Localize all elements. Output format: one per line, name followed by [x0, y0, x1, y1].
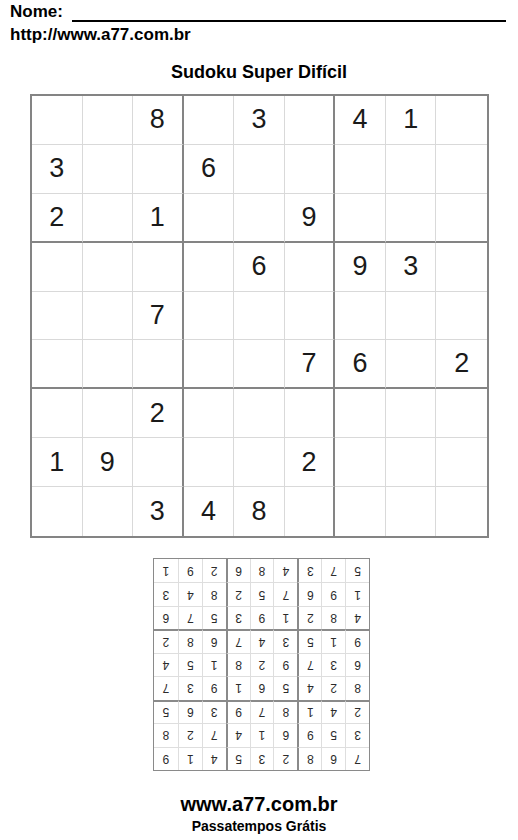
solution-cell-r6c9: 2 [154, 629, 178, 652]
cell-r5c9[interactable] [436, 292, 487, 341]
cell-r2c2[interactable] [83, 145, 134, 194]
solution-cell-r5c5: 2 [250, 653, 274, 676]
solution-cell-r9c5: 8 [250, 559, 274, 582]
solution-cell-r2c8: 2 [178, 723, 202, 746]
cell-r6c4[interactable] [184, 340, 235, 389]
footer-site: www.a77.com.br [0, 793, 518, 816]
cell-r2c7[interactable] [335, 145, 386, 194]
name-label: Nome: [10, 2, 63, 22]
cell-r2c1[interactable]: 3 [32, 145, 83, 194]
cell-r1c6[interactable] [285, 96, 336, 145]
cell-r4c2[interactable] [83, 243, 134, 292]
solution-cell-r6c2: 1 [321, 629, 345, 652]
solution-cell-r9c7: 2 [202, 559, 226, 582]
cell-r3c9[interactable] [436, 194, 487, 243]
puzzle-title: Sudoku Super Difícil [0, 62, 518, 83]
cell-r7c6[interactable] [285, 389, 336, 438]
solution-cell-r7c9: 6 [154, 606, 178, 629]
solution-cell-r2c9: 8 [154, 723, 178, 746]
cell-r6c2[interactable] [83, 340, 134, 389]
cell-r7c4[interactable] [184, 389, 235, 438]
cell-r7c9[interactable] [436, 389, 487, 438]
cell-r9c9[interactable] [436, 487, 487, 536]
cell-r1c1[interactable] [32, 96, 83, 145]
cell-r8c8[interactable] [386, 438, 437, 487]
cell-r3c6[interactable]: 9 [285, 194, 336, 243]
cell-r8c5[interactable] [234, 438, 285, 487]
solution-cell-r1c9: 9 [154, 747, 178, 770]
solution-cell-r3c9: 5 [154, 700, 178, 723]
solution-cell-r9c4: 4 [273, 559, 297, 582]
cell-r9c5[interactable]: 8 [234, 487, 285, 536]
cell-r8c1[interactable]: 1 [32, 438, 83, 487]
cell-r3c4[interactable] [184, 194, 235, 243]
cell-r5c1[interactable] [32, 292, 83, 341]
cell-r3c1[interactable]: 2 [32, 194, 83, 243]
solution-cell-r4c1: 8 [345, 676, 369, 699]
cell-r2c4[interactable]: 6 [184, 145, 235, 194]
cell-r4c1[interactable] [32, 243, 83, 292]
solution-cell-r8c7: 8 [202, 582, 226, 605]
solution-cell-r5c6: 8 [226, 653, 250, 676]
solution-cell-r1c7: 4 [202, 747, 226, 770]
solution-cell-r3c5: 7 [250, 700, 274, 723]
cell-r5c5[interactable] [234, 292, 285, 341]
solution-cell-r8c1: 1 [345, 582, 369, 605]
solution-cell-r4c3: 4 [297, 676, 321, 699]
cell-r9c7[interactable] [335, 487, 386, 536]
name-input-line[interactable] [72, 4, 506, 22]
cell-r6c7[interactable]: 6 [335, 340, 386, 389]
solution-cell-r1c5: 3 [250, 747, 274, 770]
cell-r9c6[interactable] [285, 487, 336, 536]
solution-cell-r9c8: 9 [178, 559, 202, 582]
cell-r6c5[interactable] [234, 340, 285, 389]
solution-cell-r2c1: 3 [345, 723, 369, 746]
solution-cell-r8c8: 4 [178, 582, 202, 605]
cell-r9c3[interactable]: 3 [133, 487, 184, 536]
solution-cell-r2c3: 9 [297, 723, 321, 746]
cell-r9c2[interactable] [83, 487, 134, 536]
cell-r3c8[interactable] [386, 194, 437, 243]
solution-cell-r6c6: 7 [226, 629, 250, 652]
solution-cell-r3c8: 6 [178, 700, 202, 723]
solution-cell-r9c6: 6 [226, 559, 250, 582]
solution-cell-r1c8: 1 [178, 747, 202, 770]
cell-r7c7[interactable] [335, 389, 386, 438]
solution-cell-r1c3: 8 [297, 747, 321, 770]
cell-r5c8[interactable] [386, 292, 437, 341]
cell-r5c4[interactable] [184, 292, 235, 341]
solution-cell-r2c7: 7 [202, 723, 226, 746]
solution-cell-r2c6: 4 [226, 723, 250, 746]
cell-r9c4[interactable]: 4 [184, 487, 235, 536]
cell-r6c6[interactable]: 7 [285, 340, 336, 389]
cell-r5c6[interactable] [285, 292, 336, 341]
name-row: Nome: [10, 2, 506, 22]
solution-cell-r2c4: 6 [273, 723, 297, 746]
solution-cell-r1c6: 5 [226, 747, 250, 770]
cell-r4c9[interactable] [436, 243, 487, 292]
solution-cell-r1c4: 2 [273, 747, 297, 770]
solution-cell-r7c1: 4 [345, 606, 369, 629]
solution-cell-r5c7: 1 [202, 653, 226, 676]
solution-cell-r3c1: 2 [345, 700, 369, 723]
cell-r2c6[interactable] [285, 145, 336, 194]
cell-r1c5[interactable]: 3 [234, 96, 285, 145]
cell-r8c4[interactable] [184, 438, 235, 487]
solution-cell-r8c6: 2 [226, 582, 250, 605]
solution-cell-r4c5: 6 [250, 676, 274, 699]
solution-cell-r5c1: 6 [345, 653, 369, 676]
solution-cell-r7c6: 3 [226, 606, 250, 629]
solution-cell-r2c5: 1 [250, 723, 274, 746]
solution-cell-r8c4: 7 [273, 582, 297, 605]
solution-cell-r4c9: 7 [154, 676, 178, 699]
cell-r3c7[interactable] [335, 194, 386, 243]
solution-cell-r6c1: 9 [345, 629, 369, 652]
cell-r6c8[interactable] [386, 340, 437, 389]
solution-cell-r4c2: 2 [321, 676, 345, 699]
solution-cell-r3c7: 3 [202, 700, 226, 723]
cell-r1c3[interactable]: 8 [133, 96, 184, 145]
cell-r9c1[interactable] [32, 487, 83, 536]
footer-tagline: Passatempos Grátis [0, 818, 518, 834]
solution-cell-r9c3: 3 [297, 559, 321, 582]
solution-cell-r7c8: 7 [178, 606, 202, 629]
solution-cell-r5c3: 7 [297, 653, 321, 676]
cell-r8c7[interactable] [335, 438, 386, 487]
solution-cell-r6c3: 5 [297, 629, 321, 652]
solution-cell-r5c8: 5 [178, 653, 202, 676]
cell-r4c3[interactable] [133, 243, 184, 292]
solution-cell-r3c4: 8 [273, 700, 297, 723]
solution-cell-r7c4: 1 [273, 606, 297, 629]
cell-r8c3[interactable] [133, 438, 184, 487]
solution-cell-r5c2: 3 [321, 653, 345, 676]
solution-grid-upside-down: 7682354193596147282418793658245619376379… [153, 558, 370, 771]
cell-r4c4[interactable] [184, 243, 235, 292]
cell-r8c2[interactable]: 9 [83, 438, 134, 487]
solution-cell-r4c8: 3 [178, 676, 202, 699]
solution-cell-r9c2: 7 [321, 559, 345, 582]
cell-r9c8[interactable] [386, 487, 437, 536]
cell-r7c2[interactable] [83, 389, 134, 438]
cell-r6c3[interactable] [133, 340, 184, 389]
cell-r8c9[interactable] [436, 438, 487, 487]
solution-cell-r6c7: 6 [202, 629, 226, 652]
cell-r2c8[interactable] [386, 145, 437, 194]
cell-r7c8[interactable] [386, 389, 437, 438]
cell-r6c1[interactable] [32, 340, 83, 389]
cell-r1c8[interactable]: 1 [386, 96, 437, 145]
cell-r7c1[interactable] [32, 389, 83, 438]
solution-cell-r3c3: 1 [297, 700, 321, 723]
solution-cell-r4c6: 1 [226, 676, 250, 699]
cell-r1c4[interactable] [184, 96, 235, 145]
solution-cell-r4c7: 9 [202, 676, 226, 699]
solution-cell-r5c4: 9 [273, 653, 297, 676]
cell-r5c7[interactable] [335, 292, 386, 341]
solution-cell-r6c4: 3 [273, 629, 297, 652]
solution-cell-r7c3: 2 [297, 606, 321, 629]
cell-r6c9[interactable]: 2 [436, 340, 487, 389]
cell-r3c3[interactable]: 1 [133, 194, 184, 243]
cell-r1c7[interactable]: 4 [335, 96, 386, 145]
cell-r3c5[interactable] [234, 194, 285, 243]
solution-cell-r3c6: 9 [226, 700, 250, 723]
solution-cell-r5c9: 4 [154, 653, 178, 676]
solution-cell-r1c1: 7 [345, 747, 369, 770]
solution-cell-r9c1: 5 [345, 559, 369, 582]
solution-cell-r3c2: 4 [321, 700, 345, 723]
solution-cell-r8c3: 6 [297, 582, 321, 605]
solution-cell-r7c2: 8 [321, 606, 345, 629]
solution-cell-r6c8: 8 [178, 629, 202, 652]
solution-cell-r2c2: 5 [321, 723, 345, 746]
solution-cell-r8c5: 5 [250, 582, 274, 605]
solution-cell-r7c5: 9 [250, 606, 274, 629]
solution-cell-r1c2: 6 [321, 747, 345, 770]
solution-cell-r6c5: 4 [250, 629, 274, 652]
solution-cell-r8c2: 9 [321, 582, 345, 605]
solution-cell-r9c9: 1 [154, 559, 178, 582]
cell-r8c6[interactable]: 2 [285, 438, 336, 487]
sudoku-grid: 83413621969377622192348 [30, 94, 489, 538]
cell-r2c9[interactable] [436, 145, 487, 194]
solution-cell-r7c7: 5 [202, 606, 226, 629]
cell-r7c5[interactable] [234, 389, 285, 438]
cell-r3c2[interactable] [83, 194, 134, 243]
cell-r7c3[interactable]: 2 [133, 389, 184, 438]
solution-cell-r4c4: 5 [273, 676, 297, 699]
solution-cell-r8c9: 3 [154, 582, 178, 605]
cell-r5c3[interactable]: 7 [133, 292, 184, 341]
cell-r4c6[interactable] [285, 243, 336, 292]
cell-r2c3[interactable] [133, 145, 184, 194]
cell-r1c9[interactable] [436, 96, 487, 145]
sudoku-page: Nome: http://www.a77.com.br Sudoku Super… [0, 0, 518, 840]
cell-r2c5[interactable] [234, 145, 285, 194]
cell-r4c7[interactable]: 9 [335, 243, 386, 292]
cell-r1c2[interactable] [83, 96, 134, 145]
cell-r4c5[interactable]: 6 [234, 243, 285, 292]
cell-r5c2[interactable] [83, 292, 134, 341]
site-url: http://www.a77.com.br [10, 25, 191, 45]
cell-r4c8[interactable]: 3 [386, 243, 437, 292]
